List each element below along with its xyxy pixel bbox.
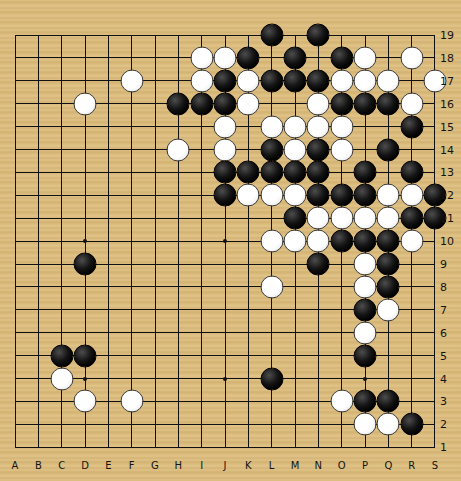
stone-black[interactable] bbox=[260, 69, 283, 92]
stone-white[interactable] bbox=[330, 390, 353, 413]
stone-white[interactable] bbox=[353, 413, 376, 436]
stone-white[interactable] bbox=[260, 184, 283, 207]
row-label: 17 bbox=[440, 74, 454, 87]
stone-black[interactable] bbox=[213, 184, 236, 207]
column-label: L bbox=[269, 460, 275, 471]
column-label: E bbox=[105, 460, 111, 471]
row-label: 16 bbox=[440, 97, 454, 110]
stone-white[interactable] bbox=[120, 69, 143, 92]
row-label: 5 bbox=[440, 349, 447, 362]
column-label: H bbox=[175, 460, 183, 471]
stone-white[interactable] bbox=[353, 46, 376, 69]
row-label: 18 bbox=[440, 51, 454, 64]
stone-black[interactable] bbox=[260, 161, 283, 184]
stone-black[interactable] bbox=[307, 253, 330, 276]
stone-white[interactable] bbox=[377, 207, 400, 230]
stone-white[interactable] bbox=[330, 69, 353, 92]
stone-white[interactable] bbox=[400, 92, 423, 115]
stone-black[interactable] bbox=[213, 69, 236, 92]
column-label: A bbox=[12, 460, 19, 471]
row-label: 2 bbox=[440, 418, 447, 431]
row-label: 6 bbox=[440, 326, 447, 339]
stone-black[interactable] bbox=[377, 138, 400, 161]
column-label: N bbox=[315, 460, 322, 471]
stone-black[interactable] bbox=[353, 161, 376, 184]
go-board[interactable]: ABCDEFGHIJKLMNOPQRS191817161514131211109… bbox=[0, 0, 461, 481]
column-label: J bbox=[224, 460, 227, 471]
stone-white[interactable] bbox=[50, 367, 73, 390]
column-label: B bbox=[35, 460, 42, 471]
stone-black[interactable] bbox=[190, 92, 213, 115]
stone-black[interactable] bbox=[283, 69, 306, 92]
column-label: O bbox=[338, 460, 346, 471]
stone-black[interactable] bbox=[353, 230, 376, 253]
stone-white[interactable] bbox=[353, 207, 376, 230]
stone-black[interactable] bbox=[307, 161, 330, 184]
row-label: 14 bbox=[440, 143, 454, 156]
stone-white[interactable] bbox=[353, 69, 376, 92]
stone-white[interactable] bbox=[237, 69, 260, 92]
stone-black[interactable] bbox=[213, 161, 236, 184]
stone-white[interactable] bbox=[190, 69, 213, 92]
stone-black[interactable] bbox=[400, 207, 423, 230]
row-label: 13 bbox=[440, 166, 454, 179]
stone-black[interactable] bbox=[330, 184, 353, 207]
stone-white[interactable] bbox=[307, 92, 330, 115]
stone-white[interactable] bbox=[353, 253, 376, 276]
column-label: K bbox=[245, 460, 252, 471]
stone-black[interactable] bbox=[400, 161, 423, 184]
stone-white[interactable] bbox=[213, 46, 236, 69]
row-label: 8 bbox=[440, 280, 447, 293]
stone-white[interactable] bbox=[73, 390, 96, 413]
stone-white[interactable] bbox=[377, 298, 400, 321]
column-label: I bbox=[200, 460, 203, 471]
column-label: S bbox=[432, 460, 438, 471]
stone-black[interactable] bbox=[307, 138, 330, 161]
star-point bbox=[223, 239, 227, 243]
stone-white[interactable] bbox=[190, 46, 213, 69]
row-label: 4 bbox=[440, 372, 447, 385]
stone-black[interactable] bbox=[213, 92, 236, 115]
stone-black[interactable] bbox=[400, 413, 423, 436]
stone-white[interactable] bbox=[377, 69, 400, 92]
stone-white[interactable] bbox=[283, 115, 306, 138]
star-point bbox=[363, 377, 367, 381]
column-label: C bbox=[58, 460, 65, 471]
stone-white[interactable] bbox=[213, 138, 236, 161]
row-label: 15 bbox=[440, 120, 454, 133]
stone-white[interactable] bbox=[400, 230, 423, 253]
stone-black[interactable] bbox=[307, 69, 330, 92]
star-point bbox=[223, 377, 227, 381]
stone-white[interactable] bbox=[283, 184, 306, 207]
stone-black[interactable] bbox=[260, 138, 283, 161]
column-label: M bbox=[291, 460, 300, 471]
stone-black[interactable] bbox=[377, 92, 400, 115]
stone-white[interactable] bbox=[213, 115, 236, 138]
stone-white[interactable] bbox=[307, 115, 330, 138]
row-label: 10 bbox=[440, 235, 454, 248]
stone-black[interactable] bbox=[330, 46, 353, 69]
stone-black[interactable] bbox=[330, 92, 353, 115]
stone-black[interactable] bbox=[307, 24, 330, 47]
row-label: 1 bbox=[440, 441, 447, 454]
grid-line-horizontal bbox=[15, 447, 435, 448]
stone-white[interactable] bbox=[237, 92, 260, 115]
stone-black[interactable] bbox=[353, 92, 376, 115]
column-label: Q bbox=[384, 460, 392, 471]
stone-black[interactable] bbox=[283, 46, 306, 69]
stone-black[interactable] bbox=[353, 344, 376, 367]
stone-black[interactable] bbox=[353, 184, 376, 207]
stone-black[interactable] bbox=[330, 230, 353, 253]
row-label: 11 bbox=[440, 212, 454, 225]
stone-black[interactable] bbox=[283, 161, 306, 184]
stone-white[interactable] bbox=[260, 115, 283, 138]
stone-black[interactable] bbox=[73, 344, 96, 367]
stone-white[interactable] bbox=[330, 207, 353, 230]
stone-black[interactable] bbox=[260, 367, 283, 390]
row-label: 12 bbox=[440, 189, 454, 202]
stone-white[interactable] bbox=[283, 138, 306, 161]
stone-black[interactable] bbox=[353, 298, 376, 321]
stone-black[interactable] bbox=[377, 275, 400, 298]
stone-white[interactable] bbox=[377, 413, 400, 436]
column-label: G bbox=[151, 460, 159, 471]
stone-white[interactable] bbox=[73, 92, 96, 115]
stone-black[interactable] bbox=[237, 161, 260, 184]
stone-white[interactable] bbox=[260, 230, 283, 253]
stone-black[interactable] bbox=[307, 184, 330, 207]
stone-white[interactable] bbox=[353, 321, 376, 344]
stone-white[interactable] bbox=[377, 184, 400, 207]
stone-white[interactable] bbox=[330, 115, 353, 138]
row-label: 19 bbox=[440, 29, 454, 42]
column-label: P bbox=[362, 460, 368, 471]
stone-white[interactable] bbox=[167, 138, 190, 161]
stone-black[interactable] bbox=[400, 115, 423, 138]
column-label: R bbox=[408, 460, 415, 471]
star-point bbox=[83, 377, 87, 381]
row-label: 3 bbox=[440, 395, 447, 408]
stone-white[interactable] bbox=[307, 230, 330, 253]
stone-white[interactable] bbox=[400, 184, 423, 207]
stone-black[interactable] bbox=[283, 207, 306, 230]
stone-white[interactable] bbox=[400, 46, 423, 69]
stone-white[interactable] bbox=[307, 207, 330, 230]
grid-line-vertical bbox=[434, 35, 435, 447]
row-label: 7 bbox=[440, 303, 447, 316]
stone-black[interactable] bbox=[377, 230, 400, 253]
stone-black[interactable] bbox=[167, 92, 190, 115]
stone-black[interactable] bbox=[237, 46, 260, 69]
stone-black[interactable] bbox=[353, 390, 376, 413]
star-point bbox=[83, 239, 87, 243]
stone-white[interactable] bbox=[237, 184, 260, 207]
row-label: 9 bbox=[440, 258, 447, 271]
stone-white[interactable] bbox=[353, 275, 376, 298]
stone-black[interactable] bbox=[73, 253, 96, 276]
stone-white[interactable] bbox=[330, 138, 353, 161]
stone-white[interactable] bbox=[283, 230, 306, 253]
column-label: F bbox=[129, 460, 135, 471]
stone-black[interactable] bbox=[377, 390, 400, 413]
stone-black[interactable] bbox=[377, 253, 400, 276]
column-label: D bbox=[81, 460, 89, 471]
stone-black[interactable] bbox=[260, 24, 283, 47]
stone-white[interactable] bbox=[120, 390, 143, 413]
stone-white[interactable] bbox=[260, 275, 283, 298]
stone-black[interactable] bbox=[50, 344, 73, 367]
